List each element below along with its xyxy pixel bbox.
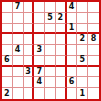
cell-r1c3[interactable] <box>24 2 35 13</box>
cell-r9c8: 1 <box>77 88 88 99</box>
cell-r7c3: 3 <box>24 67 35 78</box>
given-digit: 2 <box>4 90 10 98</box>
given-digit: 7 <box>15 3 21 11</box>
cell-r2c1[interactable] <box>2 13 13 24</box>
cell-r9c9[interactable] <box>88 88 99 99</box>
cell-r2c7[interactable] <box>67 13 78 24</box>
cell-r5c7[interactable] <box>67 45 78 56</box>
cell-r6c6[interactable] <box>56 56 67 67</box>
given-digit: 6 <box>69 78 75 86</box>
cell-r1c2: 7 <box>13 2 24 13</box>
cell-r4c1[interactable] <box>2 34 13 45</box>
given-digit: 3 <box>36 46 42 54</box>
cell-r3c7: 1 <box>67 24 78 35</box>
cell-r6c1: 6 <box>2 56 13 67</box>
cell-r7c9[interactable] <box>88 67 99 78</box>
cell-r3c8[interactable] <box>77 24 88 35</box>
given-digit: 8 <box>91 35 97 43</box>
given-digit: 3 <box>25 68 31 76</box>
cell-r6c8: 5 <box>77 56 88 67</box>
cell-r7c5[interactable] <box>45 67 56 78</box>
cell-r2c3[interactable] <box>24 13 35 24</box>
cell-r8c6[interactable] <box>56 77 67 88</box>
cell-r6c3[interactable] <box>24 56 35 67</box>
cell-r2c2[interactable] <box>13 13 24 24</box>
cell-r3c9[interactable] <box>88 24 99 35</box>
cell-r6c2[interactable] <box>13 56 24 67</box>
cell-r7c6[interactable] <box>56 67 67 78</box>
cell-r4c5[interactable] <box>45 34 56 45</box>
cell-r1c9[interactable] <box>88 2 99 13</box>
cell-r8c8[interactable] <box>77 77 88 88</box>
cell-r4c6[interactable] <box>56 34 67 45</box>
cell-r6c7[interactable] <box>67 56 78 67</box>
cell-r7c4: 7 <box>34 67 45 78</box>
cell-r4c3[interactable] <box>24 34 35 45</box>
cell-r9c6[interactable] <box>56 88 67 99</box>
cell-r3c1[interactable] <box>2 24 13 35</box>
cell-r8c4: 4 <box>34 77 45 88</box>
cell-r7c7[interactable] <box>67 67 78 78</box>
cell-r2c6: 2 <box>56 13 67 24</box>
cell-r6c4[interactable] <box>34 56 45 67</box>
cell-r1c6[interactable] <box>56 2 67 13</box>
given-digit: 4 <box>69 3 75 11</box>
cell-r4c4[interactable] <box>34 34 45 45</box>
cell-r1c1[interactable] <box>2 2 13 13</box>
cell-r9c4[interactable] <box>34 88 45 99</box>
cell-r3c6[interactable] <box>56 24 67 35</box>
cell-r3c4[interactable] <box>34 24 45 35</box>
cell-r5c6[interactable] <box>56 45 67 56</box>
given-digit: 2 <box>80 35 86 43</box>
cell-r8c5[interactable] <box>45 77 56 88</box>
cell-r5c2: 4 <box>13 45 24 56</box>
cell-r9c2[interactable] <box>13 88 24 99</box>
cell-r2c4[interactable] <box>34 13 45 24</box>
cell-r7c1[interactable] <box>2 67 13 78</box>
given-digit: 1 <box>69 24 75 32</box>
cell-r4c8: 2 <box>77 34 88 45</box>
cell-r3c5[interactable] <box>45 24 56 35</box>
given-digit: 5 <box>47 14 53 22</box>
cell-r9c1: 2 <box>2 88 13 99</box>
sudoku-board: 74521284365374621 <box>0 0 101 101</box>
cell-r5c4: 3 <box>34 45 45 56</box>
cell-r5c8[interactable] <box>77 45 88 56</box>
cell-r4c7[interactable] <box>67 34 78 45</box>
cell-r2c8[interactable] <box>77 13 88 24</box>
cell-r1c7: 4 <box>67 2 78 13</box>
cell-r8c2[interactable] <box>13 77 24 88</box>
given-digit: 1 <box>80 90 86 98</box>
cell-r9c7[interactable] <box>67 88 78 99</box>
cell-r8c9[interactable] <box>88 77 99 88</box>
cell-r9c5[interactable] <box>45 88 56 99</box>
given-digit: 6 <box>4 56 10 64</box>
cell-r6c9[interactable] <box>88 56 99 67</box>
cell-r8c3[interactable] <box>24 77 35 88</box>
cell-r3c3[interactable] <box>24 24 35 35</box>
cell-r1c5[interactable] <box>45 2 56 13</box>
cell-r8c7: 6 <box>67 77 78 88</box>
cell-r4c9: 8 <box>88 34 99 45</box>
given-digit: 5 <box>80 56 86 64</box>
cell-r1c4[interactable] <box>34 2 45 13</box>
cell-r4c2[interactable] <box>13 34 24 45</box>
cell-r7c2[interactable] <box>13 67 24 78</box>
given-digit: 7 <box>36 68 42 76</box>
given-digit: 2 <box>57 14 63 22</box>
cell-r5c1[interactable] <box>2 45 13 56</box>
cell-r3c2[interactable] <box>13 24 24 35</box>
cell-r5c5[interactable] <box>45 45 56 56</box>
cell-r6c5[interactable] <box>45 56 56 67</box>
given-digit: 4 <box>36 78 42 86</box>
cell-r2c5: 5 <box>45 13 56 24</box>
cell-r9c3[interactable] <box>24 88 35 99</box>
cell-r2c9[interactable] <box>88 13 99 24</box>
cell-r5c3[interactable] <box>24 45 35 56</box>
cell-r5c9[interactable] <box>88 45 99 56</box>
cell-r1c8[interactable] <box>77 2 88 13</box>
given-digit: 4 <box>15 46 21 54</box>
cell-r7c8[interactable] <box>77 67 88 78</box>
cell-r8c1[interactable] <box>2 77 13 88</box>
